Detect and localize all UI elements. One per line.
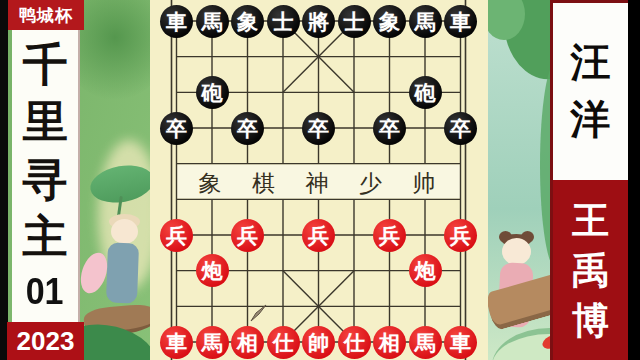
piece-black-車[interactable]: 車	[444, 5, 477, 38]
piece-red-兵[interactable]: 兵	[302, 219, 335, 252]
piece-black-士[interactable]: 士	[338, 5, 371, 38]
piece-black-車[interactable]: 車	[160, 5, 193, 38]
river-char-5: 帅	[407, 168, 441, 199]
river-char-3: 神	[300, 168, 334, 199]
piece-black-卒[interactable]: 卒	[444, 112, 477, 145]
episode-number: 01	[26, 273, 64, 310]
piece-red-兵[interactable]: 兵	[373, 219, 406, 252]
boy-robe	[106, 242, 139, 303]
piece-red-兵[interactable]: 兵	[160, 219, 193, 252]
piece-black-馬[interactable]: 馬	[196, 5, 229, 38]
player-red-char-3: 博	[572, 302, 609, 339]
piece-red-帥[interactable]: 帥	[302, 326, 335, 359]
player-black-char-2: 洋	[571, 100, 611, 140]
piece-black-象[interactable]: 象	[373, 5, 406, 38]
piece-black-砲[interactable]: 砲	[196, 76, 229, 109]
piece-black-砲[interactable]: 砲	[409, 76, 442, 109]
piece-black-象[interactable]: 象	[231, 5, 264, 38]
players-panel: 汪 洋 王 禹 博	[550, 0, 628, 360]
girl-head	[502, 238, 531, 265]
piece-black-將[interactable]: 將	[302, 5, 335, 38]
event-name-badge: 鸭城杯	[8, 0, 84, 30]
right-black-strip	[628, 0, 640, 360]
piece-red-馬[interactable]: 馬	[196, 326, 229, 359]
piece-red-相[interactable]: 相	[373, 326, 406, 359]
player-red-name: 王 禹 博	[553, 180, 628, 360]
player-black-name: 汪 洋	[553, 3, 628, 180]
piece-red-兵[interactable]: 兵	[231, 219, 264, 252]
piece-black-卒[interactable]: 卒	[160, 112, 193, 145]
piece-red-相[interactable]: 相	[231, 326, 264, 359]
river-char-2: 棋	[247, 168, 281, 199]
river-char-1: 象	[193, 168, 227, 199]
piece-red-仕[interactable]: 仕	[267, 326, 300, 359]
piece-red-炮[interactable]: 炮	[409, 254, 442, 287]
piece-black-卒[interactable]: 卒	[373, 112, 406, 145]
boy-head	[111, 219, 138, 244]
player-red-char-2: 禹	[572, 252, 609, 289]
series-title-panel: 千 里 寻 主 01	[12, 30, 80, 322]
piece-red-仕[interactable]: 仕	[338, 326, 371, 359]
title-char-3: 寻	[23, 158, 68, 203]
player-black-char-1: 汪	[571, 43, 611, 83]
event-name-label: 鸭城杯	[19, 4, 73, 27]
piece-red-車[interactable]: 車	[160, 326, 193, 359]
title-char-2: 里	[23, 100, 68, 145]
title-char-1: 千	[23, 43, 68, 88]
title-char-4: 主	[23, 215, 68, 260]
year-label: 2023	[17, 326, 75, 357]
piece-red-兵[interactable]: 兵	[444, 219, 477, 252]
xiangqi-board[interactable]: 象棋神少帅 車馬象士將士象馬車砲砲卒卒卒卒卒兵兵兵兵兵炮炮車馬相仕帥仕相馬車	[150, 0, 488, 360]
piece-red-車[interactable]: 車	[444, 326, 477, 359]
piece-black-卒[interactable]: 卒	[231, 112, 264, 145]
piece-red-馬[interactable]: 馬	[409, 326, 442, 359]
piece-black-士[interactable]: 士	[267, 5, 300, 38]
piece-red-炮[interactable]: 炮	[196, 254, 229, 287]
player-red-char-1: 王	[572, 202, 609, 239]
piece-black-卒[interactable]: 卒	[302, 112, 335, 145]
year-badge: 2023	[7, 322, 84, 360]
river-char-4: 少	[354, 168, 388, 199]
piece-black-馬[interactable]: 馬	[409, 5, 442, 38]
left-black-strip	[0, 0, 8, 360]
video-thumbnail: 象棋神少帅 車馬象士將士象馬車砲砲卒卒卒卒卒兵兵兵兵兵炮炮車馬相仕帥仕相馬車 鸭…	[0, 0, 640, 360]
mouse-cursor	[250, 304, 268, 326]
